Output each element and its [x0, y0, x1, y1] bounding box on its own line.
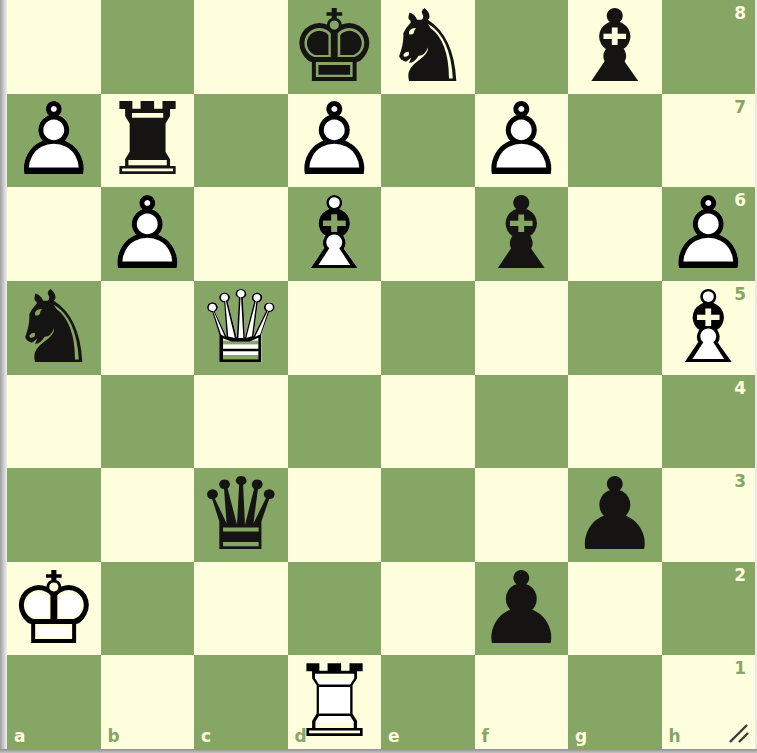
square-h5[interactable]: ♝♗5: [662, 281, 756, 375]
piece-white-pawn[interactable]: ♟♙: [662, 187, 756, 281]
rank-label-8: 8: [734, 5, 746, 22]
piece-white-pawn[interactable]: ♟♙: [475, 94, 569, 188]
piece-white-pawn[interactable]: ♟♙: [7, 94, 101, 188]
square-d6[interactable]: ♝♗: [288, 187, 382, 281]
rank-label-3: 3: [734, 473, 746, 490]
square-c3[interactable]: ♛: [194, 468, 288, 562]
piece-white-pawn[interactable]: ♟♙: [288, 94, 382, 188]
rook-outline-glyph: ♖: [288, 655, 382, 749]
square-a2[interactable]: ♚♔: [7, 562, 101, 656]
square-h2[interactable]: 2: [662, 562, 756, 656]
pawn-solid-glyph: ♟: [475, 562, 569, 656]
king-solid-glyph: ♚: [288, 0, 382, 94]
knight-solid-glyph: ♞: [7, 281, 101, 375]
square-g7[interactable]: [568, 94, 662, 188]
rank-label-4: 4: [734, 380, 746, 397]
square-h1[interactable]: h1: [662, 655, 756, 749]
file-label-f: f: [482, 728, 489, 745]
pawn-fill-glyph: ♟: [101, 187, 195, 281]
square-b1[interactable]: b: [101, 655, 195, 749]
square-g2[interactable]: [568, 562, 662, 656]
piece-black-knight[interactable]: ♞: [381, 0, 475, 94]
rank-label-7: 7: [734, 99, 746, 116]
square-a6[interactable]: [7, 187, 101, 281]
square-f1[interactable]: f: [475, 655, 569, 749]
square-b8[interactable]: [101, 0, 195, 94]
square-h3[interactable]: 3: [662, 468, 756, 562]
king-outline-glyph: ♔: [7, 562, 101, 656]
pawn-fill-glyph: ♟: [288, 94, 382, 188]
chess-board[interactable]: ♚♞♝8♟♙♜♟♙♟♙7♟♙♝♗♝♟♙6♞♛♕♝♗54♛♟3♚♔♟2abc♜♖d…: [7, 0, 755, 749]
square-f2[interactable]: ♟: [475, 562, 569, 656]
square-c5[interactable]: ♛♕: [194, 281, 288, 375]
piece-black-pawn[interactable]: ♟: [475, 562, 569, 656]
pawn-fill-glyph: ♟: [475, 94, 569, 188]
bishop-outline-glyph: ♗: [288, 187, 382, 281]
square-b2[interactable]: [101, 562, 195, 656]
piece-black-pawn[interactable]: ♟: [568, 468, 662, 562]
rook-solid-glyph: ♜: [101, 94, 195, 188]
square-b4[interactable]: [101, 375, 195, 469]
square-a3[interactable]: [7, 468, 101, 562]
square-f6[interactable]: ♝: [475, 187, 569, 281]
pawn-outline-glyph: ♙: [288, 94, 382, 188]
pawn-outline-glyph: ♙: [7, 94, 101, 188]
file-label-e: e: [388, 728, 400, 745]
square-c8[interactable]: [194, 0, 288, 94]
square-f5[interactable]: [475, 281, 569, 375]
piece-white-rook[interactable]: ♜♖: [288, 655, 382, 749]
piece-black-king[interactable]: ♚: [288, 0, 382, 94]
square-h6[interactable]: ♟♙6: [662, 187, 756, 281]
square-f7[interactable]: ♟♙: [475, 94, 569, 188]
window-edge-bottom: [0, 749, 757, 753]
square-b5[interactable]: [101, 281, 195, 375]
bishop-fill-glyph: ♝: [288, 187, 382, 281]
file-label-b: b: [108, 728, 120, 745]
board-resize-handle-icon[interactable]: [727, 721, 751, 745]
square-g8[interactable]: ♝: [568, 0, 662, 94]
square-h4[interactable]: 4: [662, 375, 756, 469]
square-a1[interactable]: a: [7, 655, 101, 749]
piece-white-bishop[interactable]: ♝♗: [662, 281, 756, 375]
square-h8[interactable]: 8: [662, 0, 756, 94]
square-b6[interactable]: ♟♙: [101, 187, 195, 281]
square-e5[interactable]: [381, 281, 475, 375]
queen-outline-glyph: ♕: [194, 281, 288, 375]
square-g4[interactable]: [568, 375, 662, 469]
square-d3[interactable]: [288, 468, 382, 562]
rook-fill-glyph: ♜: [288, 655, 382, 749]
piece-black-rook[interactable]: ♜: [101, 94, 195, 188]
file-label-a: a: [14, 728, 25, 745]
square-d2[interactable]: [288, 562, 382, 656]
pawn-outline-glyph: ♙: [662, 187, 756, 281]
square-d7[interactable]: ♟♙: [288, 94, 382, 188]
square-d8[interactable]: ♚: [288, 0, 382, 94]
square-f4[interactable]: [475, 375, 569, 469]
square-c4[interactable]: [194, 375, 288, 469]
piece-white-queen[interactable]: ♛♕: [194, 281, 288, 375]
pawn-fill-glyph: ♟: [662, 187, 756, 281]
square-c7[interactable]: [194, 94, 288, 188]
square-e6[interactable]: [381, 187, 475, 281]
pawn-outline-glyph: ♙: [475, 94, 569, 188]
square-e7[interactable]: [381, 94, 475, 188]
piece-black-queen[interactable]: ♛: [194, 468, 288, 562]
square-f3[interactable]: [475, 468, 569, 562]
square-c6[interactable]: [194, 187, 288, 281]
bishop-solid-glyph: ♝: [475, 187, 569, 281]
square-g6[interactable]: [568, 187, 662, 281]
square-g5[interactable]: [568, 281, 662, 375]
pawn-outline-glyph: ♙: [101, 187, 195, 281]
piece-black-bishop[interactable]: ♝: [475, 187, 569, 281]
knight-solid-glyph: ♞: [381, 0, 475, 94]
square-e4[interactable]: [381, 375, 475, 469]
queen-fill-glyph: ♛: [194, 281, 288, 375]
square-c2[interactable]: [194, 562, 288, 656]
square-g1[interactable]: g: [568, 655, 662, 749]
square-e2[interactable]: [381, 562, 475, 656]
piece-white-pawn[interactable]: ♟♙: [101, 187, 195, 281]
piece-black-bishop[interactable]: ♝: [568, 0, 662, 94]
piece-black-knight[interactable]: ♞: [7, 281, 101, 375]
piece-white-king[interactable]: ♚♔: [7, 562, 101, 656]
bishop-fill-glyph: ♝: [662, 281, 756, 375]
square-b7[interactable]: ♜: [101, 94, 195, 188]
square-h7[interactable]: 7: [662, 94, 756, 188]
file-label-h: h: [669, 728, 681, 745]
pawn-solid-glyph: ♟: [568, 468, 662, 562]
square-a4[interactable]: [7, 375, 101, 469]
square-b3[interactable]: [101, 468, 195, 562]
square-a8[interactable]: [7, 0, 101, 94]
square-d1[interactable]: ♜♖d: [288, 655, 382, 749]
square-c1[interactable]: c: [194, 655, 288, 749]
file-label-g: g: [575, 728, 587, 745]
square-d5[interactable]: [288, 281, 382, 375]
bishop-solid-glyph: ♝: [568, 0, 662, 94]
window-edge-left: [0, 0, 7, 753]
bishop-outline-glyph: ♗: [662, 281, 756, 375]
rank-label-2: 2: [734, 567, 746, 584]
pawn-fill-glyph: ♟: [7, 94, 101, 188]
king-fill-glyph: ♚: [7, 562, 101, 656]
square-e3[interactable]: [381, 468, 475, 562]
square-a7[interactable]: ♟♙: [7, 94, 101, 188]
square-a5[interactable]: ♞: [7, 281, 101, 375]
rank-label-1: 1: [734, 660, 746, 677]
square-e1[interactable]: e: [381, 655, 475, 749]
piece-white-bishop[interactable]: ♝♗: [288, 187, 382, 281]
square-d4[interactable]: [288, 375, 382, 469]
square-e8[interactable]: ♞: [381, 0, 475, 94]
square-f8[interactable]: [475, 0, 569, 94]
queen-solid-glyph: ♛: [194, 468, 288, 562]
square-g3[interactable]: ♟: [568, 468, 662, 562]
file-label-c: c: [201, 728, 211, 745]
